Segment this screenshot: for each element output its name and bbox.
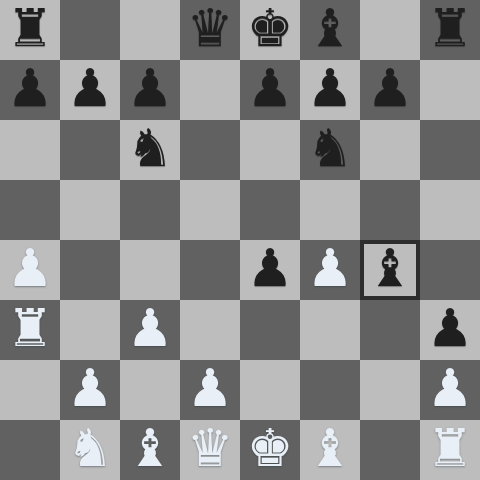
square-h3[interactable]: ♟	[420, 300, 480, 360]
square-f8[interactable]: ♝	[300, 0, 360, 60]
square-d7[interactable]	[180, 60, 240, 120]
square-d1[interactable]: ♛	[180, 420, 240, 480]
square-e5[interactable]	[240, 180, 300, 240]
square-c4[interactable]	[120, 240, 180, 300]
square-h4[interactable]	[420, 240, 480, 300]
square-g3[interactable]	[360, 300, 420, 360]
square-h7[interactable]	[420, 60, 480, 120]
square-e4[interactable]: ♟	[240, 240, 300, 300]
square-f6[interactable]: ♞	[300, 120, 360, 180]
square-b6[interactable]	[60, 120, 120, 180]
black-pawn: ♟	[247, 238, 294, 298]
square-f2[interactable]	[300, 360, 360, 420]
square-d2[interactable]: ♟	[180, 360, 240, 420]
square-h8[interactable]: ♜	[420, 0, 480, 60]
white-bishop: ♝	[307, 418, 354, 478]
black-rook: ♜	[427, 0, 474, 58]
square-e6[interactable]	[240, 120, 300, 180]
black-pawn: ♟	[307, 58, 354, 118]
black-queen: ♛	[187, 0, 234, 58]
square-f7[interactable]: ♟	[300, 60, 360, 120]
square-h5[interactable]	[420, 180, 480, 240]
square-a8[interactable]: ♜	[0, 0, 60, 60]
square-h6[interactable]	[420, 120, 480, 180]
square-c7[interactable]: ♟	[120, 60, 180, 120]
white-bishop: ♝	[127, 418, 174, 478]
square-b7[interactable]: ♟	[60, 60, 120, 120]
square-e1[interactable]: ♚	[240, 420, 300, 480]
square-g5[interactable]	[360, 180, 420, 240]
black-bishop: ♝	[367, 238, 414, 298]
square-c2[interactable]	[120, 360, 180, 420]
square-c5[interactable]	[120, 180, 180, 240]
square-d6[interactable]	[180, 120, 240, 180]
square-c3[interactable]: ♟	[120, 300, 180, 360]
square-b4[interactable]	[60, 240, 120, 300]
black-pawn: ♟	[427, 298, 474, 358]
black-king: ♚	[247, 0, 294, 58]
white-pawn: ♟	[427, 358, 474, 418]
square-e3[interactable]	[240, 300, 300, 360]
white-pawn: ♟	[7, 238, 54, 298]
black-knight: ♞	[307, 118, 354, 178]
black-rook: ♜	[7, 0, 54, 58]
square-b2[interactable]: ♟	[60, 360, 120, 420]
square-d8[interactable]: ♛	[180, 0, 240, 60]
black-pawn: ♟	[7, 58, 54, 118]
square-b5[interactable]	[60, 180, 120, 240]
square-a2[interactable]	[0, 360, 60, 420]
square-b1[interactable]: ♞	[60, 420, 120, 480]
square-f1[interactable]: ♝	[300, 420, 360, 480]
square-g4[interactable]: ♝	[360, 240, 420, 300]
square-a4[interactable]: ♟	[0, 240, 60, 300]
black-pawn: ♟	[367, 58, 414, 118]
white-pawn: ♟	[307, 238, 354, 298]
square-e7[interactable]: ♟	[240, 60, 300, 120]
square-e2[interactable]	[240, 360, 300, 420]
square-a1[interactable]	[0, 420, 60, 480]
white-rook: ♜	[427, 418, 474, 478]
white-pawn: ♟	[127, 298, 174, 358]
square-e8[interactable]: ♚	[240, 0, 300, 60]
square-d4[interactable]	[180, 240, 240, 300]
white-king: ♚	[247, 418, 294, 478]
square-g8[interactable]	[360, 0, 420, 60]
square-b8[interactable]	[60, 0, 120, 60]
square-g6[interactable]	[360, 120, 420, 180]
square-a3[interactable]: ♜	[0, 300, 60, 360]
square-a7[interactable]: ♟	[0, 60, 60, 120]
square-d5[interactable]	[180, 180, 240, 240]
black-bishop: ♝	[307, 0, 354, 58]
square-g7[interactable]: ♟	[360, 60, 420, 120]
white-knight: ♞	[67, 418, 114, 478]
square-d3[interactable]	[180, 300, 240, 360]
square-f4[interactable]: ♟	[300, 240, 360, 300]
square-g2[interactable]	[360, 360, 420, 420]
square-c1[interactable]: ♝	[120, 420, 180, 480]
square-c6[interactable]: ♞	[120, 120, 180, 180]
white-rook: ♜	[7, 298, 54, 358]
square-f5[interactable]	[300, 180, 360, 240]
black-pawn: ♟	[247, 58, 294, 118]
square-a6[interactable]	[0, 120, 60, 180]
black-pawn: ♟	[67, 58, 114, 118]
square-h2[interactable]: ♟	[420, 360, 480, 420]
chess-board: ♜♛♚♝♜♟♟♟♟♟♟♞♞♟♟♟♝♜♟♟♟♟♟♞♝♛♚♝♜	[0, 0, 480, 480]
black-pawn: ♟	[127, 58, 174, 118]
square-b3[interactable]	[60, 300, 120, 360]
square-g1[interactable]	[360, 420, 420, 480]
square-f3[interactable]	[300, 300, 360, 360]
black-knight: ♞	[127, 118, 174, 178]
square-a5[interactable]	[0, 180, 60, 240]
white-queen: ♛	[187, 418, 234, 478]
white-pawn: ♟	[187, 358, 234, 418]
square-c8[interactable]	[120, 0, 180, 60]
square-h1[interactable]: ♜	[420, 420, 480, 480]
white-pawn: ♟	[67, 358, 114, 418]
